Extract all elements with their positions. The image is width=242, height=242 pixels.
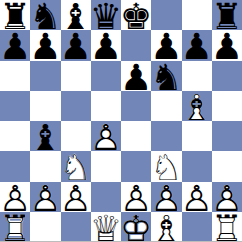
white-pawn-outline-glyph: ♙ [61,184,91,214]
piece-black-pawn[interactable]: ♟ [182,30,212,60]
square-e4[interactable] [121,121,151,151]
square-a7[interactable]: ♟ [0,30,30,60]
square-d6[interactable] [91,61,121,91]
square-h4[interactable] [212,121,242,151]
square-g5[interactable]: ♝♗ [182,91,212,121]
black-pawn-fill-glyph: ♟ [30,32,60,62]
square-d7[interactable]: ♟ [91,30,121,60]
piece-black-pawn[interactable]: ♟ [30,30,60,60]
white-rook-outline-glyph: ♖ [0,214,30,242]
piece-white-pawn[interactable]: ♟♙ [61,182,91,212]
white-pawn-outline-glyph: ♙ [91,123,121,153]
black-pawn-fill-glyph: ♟ [61,32,91,62]
square-a1[interactable]: ♜♖ [0,212,30,242]
square-c2[interactable]: ♟♙ [61,182,91,212]
square-e6[interactable]: ♟ [121,61,151,91]
square-b7[interactable]: ♟ [30,30,60,60]
square-b2[interactable]: ♟♙ [30,182,60,212]
piece-white-king[interactable]: ♚♔ [121,212,151,242]
square-b6[interactable] [30,61,60,91]
square-h5[interactable] [212,91,242,121]
white-bishop-outline-glyph: ♗ [151,214,181,242]
piece-white-bishop[interactable]: ♝♗ [151,212,181,242]
square-f5[interactable] [151,91,181,121]
square-a6[interactable] [0,61,30,91]
black-pawn-fill-glyph: ♟ [182,32,212,62]
black-knight-fill-glyph: ♞ [151,63,181,93]
square-g1[interactable] [182,212,212,242]
piece-black-pawn[interactable]: ♟ [61,30,91,60]
square-a4[interactable] [0,121,30,151]
square-g7[interactable]: ♟ [182,30,212,60]
black-pawn-fill-glyph: ♟ [91,32,121,62]
piece-white-rook[interactable]: ♜♖ [212,212,242,242]
piece-black-pawn[interactable]: ♟ [0,30,30,60]
square-c7[interactable]: ♟ [61,30,91,60]
square-h1[interactable]: ♜♖ [212,212,242,242]
square-e8[interactable]: ♚ [121,0,151,30]
square-g2[interactable]: ♟♙ [182,182,212,212]
piece-white-pawn[interactable]: ♟♙ [91,121,121,151]
piece-black-knight[interactable]: ♞ [151,61,181,91]
square-c5[interactable] [61,91,91,121]
white-king-outline-glyph: ♔ [121,214,151,242]
square-a5[interactable] [0,91,30,121]
black-pawn-fill-glyph: ♟ [0,32,30,62]
piece-white-rook[interactable]: ♜♖ [0,212,30,242]
piece-black-king[interactable]: ♚ [121,0,151,30]
square-h6[interactable] [212,61,242,91]
black-pawn-fill-glyph: ♟ [121,63,151,93]
square-e1[interactable]: ♚♔ [121,212,151,242]
white-rook-outline-glyph: ♖ [212,214,242,242]
piece-black-pawn[interactable]: ♟ [91,30,121,60]
square-d4[interactable]: ♟♙ [91,121,121,151]
white-bishop-outline-glyph: ♗ [182,93,212,123]
piece-black-pawn[interactable]: ♟ [121,61,151,91]
black-bishop-fill-glyph: ♝ [30,123,60,153]
piece-black-pawn[interactable]: ♟ [212,30,242,60]
square-b4[interactable]: ♝ [30,121,60,151]
square-h7[interactable]: ♟ [212,30,242,60]
black-pawn-fill-glyph: ♟ [212,32,242,62]
square-c1[interactable] [61,212,91,242]
square-f1[interactable]: ♝♗ [151,212,181,242]
white-pawn-outline-glyph: ♙ [30,184,60,214]
chess-board: ♜♞♝♛♚♜♟♟♟♟♟♟♟♟♞♝♗♝♟♙♞♘♞♘♟♙♟♙♟♙♟♙♟♙♟♙♟♙♜♖… [0,0,242,242]
piece-white-bishop[interactable]: ♝♗ [182,91,212,121]
square-d1[interactable]: ♛♕ [91,212,121,242]
white-queen-outline-glyph: ♕ [91,214,121,242]
square-e5[interactable] [121,91,151,121]
piece-white-pawn[interactable]: ♟♙ [30,182,60,212]
square-c6[interactable] [61,61,91,91]
piece-white-pawn[interactable]: ♟♙ [182,182,212,212]
square-d3[interactable] [91,151,121,181]
square-b1[interactable] [30,212,60,242]
piece-white-queen[interactable]: ♛♕ [91,212,121,242]
square-f6[interactable]: ♞ [151,61,181,91]
white-pawn-outline-glyph: ♙ [182,184,212,214]
black-king-fill-glyph: ♚ [121,2,151,32]
piece-black-bishop[interactable]: ♝ [30,121,60,151]
square-g4[interactable] [182,121,212,151]
